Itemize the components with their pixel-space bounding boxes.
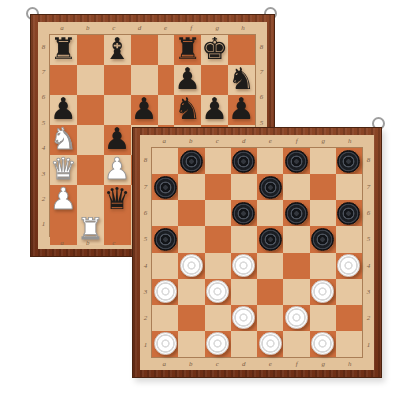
checkers-square-a7[interactable] — [152, 174, 178, 200]
chess-square-h6[interactable]: ♟ — [228, 95, 255, 125]
checkers-rank-label: 4 — [140, 253, 151, 279]
checkers-top-labels: abcdefgh — [151, 135, 363, 147]
checkers-square-c6[interactable] — [205, 200, 231, 226]
checkers-rank-label: 2 — [363, 305, 374, 331]
black-pawn-d6[interactable]: ♟ — [131, 94, 158, 124]
checkers-bottom-labels: abcdefgh — [151, 358, 363, 370]
chess-file-label: b — [75, 237, 101, 249]
checkers-file-label: e — [257, 358, 284, 370]
checkers-square-d8[interactable] — [231, 148, 257, 174]
chess-rank-label: 7 — [38, 59, 49, 84]
checkers-square-a8[interactable] — [152, 148, 178, 174]
chess-left-labels: 87654321 — [38, 34, 49, 237]
checkers-square-h4[interactable] — [336, 253, 362, 279]
chess-square-b4[interactable] — [77, 155, 104, 185]
checkers-rank-label: 3 — [140, 279, 151, 305]
chess-file-label: d — [127, 22, 153, 34]
white-checker-f2[interactable] — [285, 306, 308, 329]
chess-square-b7[interactable] — [77, 65, 104, 95]
chess-square-a3[interactable]: ♟ — [50, 185, 77, 215]
checkers-square-d5[interactable] — [231, 226, 257, 252]
black-pawn-c5[interactable]: ♟ — [104, 124, 131, 154]
chess-file-label: c — [101, 237, 127, 249]
checkers-right-labels: 87654321 — [363, 147, 374, 358]
checkers-square-g8[interactable] — [310, 148, 336, 174]
checkers-rank-label: 7 — [363, 173, 374, 199]
checkers-square-h5[interactable] — [336, 226, 362, 252]
black-checker-b8[interactable] — [180, 150, 203, 173]
chess-square-d8[interactable] — [131, 35, 158, 65]
chess-rank-label: 5 — [38, 110, 49, 135]
white-checker-e1[interactable] — [259, 332, 282, 355]
checkers-square-c8[interactable] — [205, 148, 231, 174]
black-checker-d8[interactable] — [232, 150, 255, 173]
checkers-file-label: g — [310, 135, 337, 147]
checkers-square-c4[interactable] — [205, 253, 231, 279]
checkers-square-c2[interactable] — [205, 305, 231, 331]
checkers-file-label: c — [204, 358, 231, 370]
black-rook-a8[interactable]: ♜ — [50, 34, 77, 64]
checkers-square-e3[interactable] — [257, 279, 283, 305]
black-checker-a7[interactable] — [154, 176, 177, 199]
checkers-square-b8[interactable] — [178, 148, 204, 174]
checkers-square-g4[interactable] — [310, 253, 336, 279]
chess-file-label: a — [49, 22, 75, 34]
page-background: ♜♝♜♚♟♞♟♟♞♟♟♞♟♛♟♟♛♜abcdefghabcdefgh876543… — [0, 0, 400, 400]
checkers-square-b4[interactable] — [178, 253, 204, 279]
chess-top-labels: abcdefgh — [49, 22, 256, 34]
checkers-square-b6[interactable] — [178, 200, 204, 226]
checkers-rank-label: 4 — [363, 253, 374, 279]
chess-rank-label: 3 — [38, 161, 49, 186]
white-pawn-a3[interactable]: ♟ — [50, 184, 77, 214]
black-checker-g5[interactable] — [311, 228, 334, 251]
checkers-square-d4[interactable] — [231, 253, 257, 279]
black-checker-f8[interactable] — [285, 150, 308, 173]
checkers-board-inner: abcdefghabcdefgh8765432187654321 — [140, 135, 374, 370]
checkers-square-a1[interactable] — [152, 331, 178, 357]
chess-rank-label: 8 — [38, 34, 49, 59]
checkers-square-b7[interactable] — [178, 174, 204, 200]
checkers-square-b1[interactable] — [178, 331, 204, 357]
checkers-square-b2[interactable] — [178, 305, 204, 331]
checkers-file-label: g — [310, 358, 337, 370]
checkers-square-e2[interactable] — [257, 305, 283, 331]
black-knight-f6[interactable]: ♞ — [174, 94, 201, 124]
checkers-rank-label: 2 — [140, 305, 151, 331]
checkers-square-e7[interactable] — [257, 174, 283, 200]
black-checker-e5[interactable] — [259, 228, 282, 251]
checkers-square-e1[interactable] — [257, 331, 283, 357]
checkers-square-f7[interactable] — [283, 174, 309, 200]
white-knight-a5[interactable]: ♞ — [50, 124, 77, 154]
checkers-square-b5[interactable] — [178, 226, 204, 252]
checkers-file-label: e — [257, 135, 284, 147]
checkers-square-f5[interactable] — [283, 226, 309, 252]
checkers-square-h2[interactable] — [336, 305, 362, 331]
chess-square-g6[interactable]: ♟ — [201, 95, 228, 125]
checkers-file-label: a — [151, 135, 178, 147]
chess-square-b6[interactable] — [77, 95, 104, 125]
checkers-square-c5[interactable] — [205, 226, 231, 252]
checkers-square-a4[interactable] — [152, 253, 178, 279]
white-pawn-c4[interactable]: ♟ — [104, 154, 131, 184]
chess-file-label: h — [230, 22, 256, 34]
checkers-file-label: d — [231, 358, 258, 370]
checkers-square-a2[interactable] — [152, 305, 178, 331]
checkers-square-d7[interactable] — [231, 174, 257, 200]
black-bishop-c8[interactable]: ♝ — [104, 34, 131, 64]
checkers-file-label: c — [204, 135, 231, 147]
black-rook-f8[interactable]: ♜ — [174, 34, 201, 64]
checkers-grid — [151, 147, 363, 358]
white-checker-g3[interactable] — [311, 280, 334, 303]
chess-square-d6[interactable]: ♟ — [131, 95, 158, 125]
checkers-square-e5[interactable] — [257, 226, 283, 252]
chess-file-label: f — [178, 22, 204, 34]
chess-square-c8[interactable]: ♝ — [104, 35, 131, 65]
chess-rank-label: 6 — [256, 85, 267, 110]
black-king-g8[interactable]: ♚ — [201, 34, 228, 64]
chess-file-label: c — [101, 22, 127, 34]
white-checker-g1[interactable] — [311, 332, 334, 355]
black-checker-f6[interactable] — [285, 202, 308, 225]
chess-square-a8[interactable]: ♜ — [50, 35, 77, 65]
checkers-square-f4[interactable] — [283, 253, 309, 279]
chess-square-e8[interactable] — [158, 35, 175, 65]
black-pawn-a6[interactable]: ♟ — [50, 94, 77, 124]
checkers-rank-label: 8 — [363, 147, 374, 173]
black-knight-h7[interactable]: ♞ — [228, 64, 255, 94]
chess-file-label: a — [49, 237, 75, 249]
checkers-square-h1[interactable] — [336, 331, 362, 357]
black-checker-h8[interactable] — [337, 150, 360, 173]
checkers-square-g3[interactable] — [310, 279, 336, 305]
checkers-square-h6[interactable] — [336, 200, 362, 226]
checkers-rank-label: 1 — [140, 332, 151, 358]
black-checker-d6[interactable] — [232, 202, 255, 225]
black-pawn-f7[interactable]: ♟ — [174, 64, 201, 94]
chess-file-label: b — [75, 22, 101, 34]
checkers-square-b3[interactable] — [178, 279, 204, 305]
checkers-left-labels: 87654321 — [140, 147, 151, 358]
black-pawn-g6[interactable]: ♟ — [201, 94, 228, 124]
checkers-file-label: f — [284, 358, 311, 370]
checkers-square-d2[interactable] — [231, 305, 257, 331]
checkers-square-f3[interactable] — [283, 279, 309, 305]
chess-square-e7[interactable] — [158, 65, 175, 95]
chess-square-c7[interactable] — [104, 65, 131, 95]
checkers-file-label: a — [151, 358, 178, 370]
checkers-square-h8[interactable] — [336, 148, 362, 174]
chess-file-label: g — [204, 22, 230, 34]
black-checker-e7[interactable] — [259, 176, 282, 199]
checkers-rank-label: 8 — [140, 147, 151, 173]
checkers-square-f1[interactable] — [283, 331, 309, 357]
white-checker-d2[interactable] — [232, 306, 255, 329]
white-checker-h4[interactable] — [337, 254, 360, 277]
white-checker-a1[interactable] — [154, 332, 177, 355]
white-checker-d4[interactable] — [232, 254, 255, 277]
checkers-square-a6[interactable] — [152, 200, 178, 226]
checkers-square-f8[interactable] — [283, 148, 309, 174]
chess-rank-label: 1 — [38, 212, 49, 237]
chess-rank-label: 6 — [38, 85, 49, 110]
checkers-square-e8[interactable] — [257, 148, 283, 174]
checkers-square-g1[interactable] — [310, 331, 336, 357]
checkers-square-h3[interactable] — [336, 279, 362, 305]
checkers-square-c7[interactable] — [205, 174, 231, 200]
black-queen-c3[interactable]: ♛ — [104, 184, 131, 214]
checkers-file-label: b — [178, 135, 205, 147]
checkers-board: abcdefghabcdefgh8765432187654321 — [132, 127, 382, 378]
chess-rank-label: 7 — [256, 59, 267, 84]
chess-square-b5[interactable] — [77, 125, 104, 155]
white-checker-a3[interactable] — [154, 280, 177, 303]
checkers-rank-label: 3 — [363, 279, 374, 305]
checkers-square-d1[interactable] — [231, 331, 257, 357]
white-queen-a4[interactable]: ♛ — [50, 154, 77, 184]
checkers-square-g7[interactable] — [310, 174, 336, 200]
checkers-square-a3[interactable] — [152, 279, 178, 305]
chess-square-b8[interactable] — [77, 35, 104, 65]
checkers-rank-label: 7 — [140, 173, 151, 199]
chess-square-f6[interactable]: ♞ — [174, 95, 201, 125]
checkers-rank-label: 6 — [140, 200, 151, 226]
chess-square-c3[interactable]: ♛ — [104, 185, 131, 215]
checkers-square-f6[interactable] — [283, 200, 309, 226]
checkers-rank-label: 5 — [140, 226, 151, 252]
checkers-square-h7[interactable] — [336, 174, 362, 200]
checkers-square-a5[interactable] — [152, 226, 178, 252]
black-pawn-h6[interactable]: ♟ — [228, 94, 255, 124]
checkers-file-label: h — [337, 358, 364, 370]
chess-square-e6[interactable] — [158, 95, 175, 125]
checkers-square-g5[interactable] — [310, 226, 336, 252]
chess-rank-label: 2 — [38, 186, 49, 211]
checkers-rank-label: 1 — [363, 332, 374, 358]
checkers-square-c1[interactable] — [205, 331, 231, 357]
white-checker-c3[interactable] — [206, 280, 229, 303]
black-checker-h6[interactable] — [337, 202, 360, 225]
checkers-square-e4[interactable] — [257, 253, 283, 279]
chess-rank-label: 8 — [256, 34, 267, 59]
checkers-rank-label: 6 — [363, 200, 374, 226]
checkers-square-d3[interactable] — [231, 279, 257, 305]
checkers-file-label: b — [178, 358, 205, 370]
chess-rank-label: 4 — [38, 136, 49, 161]
checkers-square-e6[interactable] — [257, 200, 283, 226]
checkers-file-label: h — [337, 135, 364, 147]
chess-file-label: e — [153, 22, 179, 34]
white-checker-c1[interactable] — [206, 332, 229, 355]
white-checker-b4[interactable] — [180, 254, 203, 277]
checkers-square-d6[interactable] — [231, 200, 257, 226]
checkers-square-g2[interactable] — [310, 305, 336, 331]
black-checker-a5[interactable] — [154, 228, 177, 251]
checkers-square-g6[interactable] — [310, 200, 336, 226]
checkers-file-label: f — [284, 135, 311, 147]
chess-square-g8[interactable]: ♚ — [201, 35, 228, 65]
checkers-square-f2[interactable] — [283, 305, 309, 331]
checkers-square-c3[interactable] — [205, 279, 231, 305]
checkers-file-label: d — [231, 135, 258, 147]
checkers-rank-label: 5 — [363, 226, 374, 252]
